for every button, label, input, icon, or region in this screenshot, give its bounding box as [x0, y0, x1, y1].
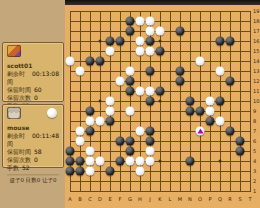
black-stone	[126, 137, 135, 146]
black-periods-value: 0	[34, 94, 38, 102]
white-stone	[76, 67, 85, 76]
white-periods-value: 0	[34, 156, 38, 164]
black-stone	[156, 47, 165, 56]
white-player-name: mouse	[7, 124, 63, 131]
black-time-label: 剩余时间	[7, 70, 29, 86]
white-stone-icon	[47, 108, 57, 118]
white-stone	[126, 107, 135, 116]
black-periods-label: 保留次数	[7, 94, 31, 102]
black-stone	[186, 107, 195, 116]
black-time-value: 00:13:08	[32, 70, 59, 86]
white-stone	[146, 27, 155, 36]
row-label: 10	[253, 98, 259, 104]
white-byoyomi-row: 保留时间 58	[7, 148, 59, 156]
white-stone	[66, 57, 75, 66]
row-label: 12	[253, 78, 259, 84]
white-stone	[136, 47, 145, 56]
col-label: J	[146, 196, 155, 202]
player-panel-white-header	[5, 107, 61, 123]
white-stone	[146, 147, 155, 156]
row-label: 17	[253, 28, 259, 34]
black-stone	[126, 147, 135, 156]
black-byoyomi-row: 保留时间 60	[7, 86, 59, 94]
black-player-name: scott01	[7, 62, 63, 69]
white-stone	[146, 157, 155, 166]
white-stone	[136, 157, 145, 166]
white-stone	[206, 107, 215, 116]
col-label: D	[96, 196, 105, 202]
white-stone	[86, 157, 95, 166]
white-stone	[156, 27, 165, 36]
black-stone	[116, 157, 125, 166]
white-stone	[136, 127, 145, 136]
black-stone	[116, 137, 125, 146]
black-stone	[226, 77, 235, 86]
col-label: R	[226, 196, 235, 202]
black-stone	[66, 167, 75, 176]
row-label: 19	[253, 8, 259, 14]
black-stone	[176, 77, 185, 86]
col-label: L	[166, 196, 175, 202]
black-stone	[106, 37, 115, 46]
row-label: 7	[253, 128, 256, 134]
black-stone	[156, 87, 165, 96]
white-stone	[86, 147, 95, 156]
white-stone	[106, 47, 115, 56]
black-stone	[106, 167, 115, 176]
player-panel-white: mouse 剩余时间 00:11:48 保留时间 58 保留次数 0 手数 52…	[2, 104, 64, 168]
white-stone	[106, 97, 115, 106]
white-stone	[126, 157, 135, 166]
black-stone	[76, 157, 85, 166]
white-stone	[136, 167, 145, 176]
white-time-row: 剩余时间 00:11:48	[7, 132, 59, 148]
col-label: S	[236, 196, 245, 202]
black-stone	[176, 27, 185, 36]
black-stone	[66, 147, 75, 156]
black-byoyomi-label: 保留时间	[7, 86, 31, 94]
white-captures-line: 提子0 目数0 让子0	[7, 174, 59, 183]
white-stone	[116, 77, 125, 86]
white-stone	[196, 127, 205, 136]
white-move-row: 手数 52	[7, 164, 59, 172]
last-move-triangle-marker	[197, 128, 203, 133]
star-point	[159, 40, 162, 43]
star-point	[159, 160, 162, 163]
window-top-edge	[65, 0, 260, 5]
white-stone	[146, 87, 155, 96]
black-stone	[126, 87, 135, 96]
black-stone	[86, 57, 95, 66]
black-stone	[186, 157, 195, 166]
star-point	[99, 100, 102, 103]
row-label: 6	[253, 138, 256, 144]
col-label: C	[86, 196, 95, 202]
row-label: 15	[253, 48, 259, 54]
row-label: 13	[253, 68, 259, 74]
row-label: 11	[253, 88, 259, 94]
black-stone	[176, 67, 185, 76]
black-stone	[116, 37, 125, 46]
black-periods-row: 保留次数 0	[7, 94, 59, 102]
row-label: 16	[253, 38, 259, 44]
black-stone	[216, 37, 225, 46]
row-label: 18	[253, 18, 259, 24]
white-periods-row: 保留次数 0	[7, 156, 59, 164]
white-stone	[206, 97, 215, 106]
white-time-label: 剩余时间	[7, 132, 29, 148]
black-stone	[126, 17, 135, 26]
black-stone	[206, 117, 215, 126]
black-stone	[236, 147, 245, 156]
row-label: 4	[253, 158, 256, 164]
black-stone	[126, 77, 135, 86]
col-label: A	[66, 196, 75, 202]
black-stone	[96, 57, 105, 66]
black-stone	[86, 107, 95, 116]
white-stone	[86, 167, 95, 176]
star-point	[99, 40, 102, 43]
col-label: P	[206, 196, 215, 202]
star-point	[219, 160, 222, 163]
go-client-window: scott01 剩余时间 00:13:08 保留时间 60 保留次数 0 手数 …	[0, 0, 260, 208]
white-stone	[196, 57, 205, 66]
black-stone	[66, 157, 75, 166]
col-label: O	[196, 196, 205, 202]
black-stone	[216, 97, 225, 106]
col-label: E	[106, 196, 115, 202]
white-stone	[96, 117, 105, 126]
sidebar-painting: scott01 剩余时间 00:13:08 保留时间 60 保留次数 0 手数 …	[0, 0, 66, 208]
white-stone	[146, 17, 155, 26]
white-periods-label: 保留次数	[7, 156, 31, 164]
black-stone	[126, 27, 135, 36]
col-label: H	[136, 196, 145, 202]
black-stone	[86, 127, 95, 136]
white-stone	[136, 87, 145, 96]
row-label: 9	[253, 108, 256, 114]
row-label: 14	[253, 58, 259, 64]
row-label: 2	[253, 178, 256, 184]
row-label: 8	[253, 118, 256, 124]
col-label: B	[76, 196, 85, 202]
black-stone	[76, 167, 85, 176]
black-time-row: 剩余时间 00:13:08	[7, 70, 59, 86]
black-stone	[186, 97, 195, 106]
white-time-value: 00:11:48	[32, 132, 59, 148]
col-label: T	[246, 196, 255, 202]
black-stone	[146, 137, 155, 146]
white-stone	[96, 157, 105, 166]
row-label: 1	[253, 188, 256, 194]
col-label: Q	[216, 196, 225, 202]
col-label: G	[126, 196, 135, 202]
black-stone	[106, 117, 115, 126]
row-label: 3	[253, 168, 256, 174]
white-stone	[126, 67, 135, 76]
player-panel-black-header	[5, 45, 61, 61]
white-byoyomi-value: 58	[34, 148, 42, 156]
black-stone	[146, 127, 155, 136]
col-label: M	[176, 196, 185, 202]
white-byoyomi-label: 保留时间	[7, 148, 31, 156]
col-label: K	[156, 196, 165, 202]
row-label: 5	[253, 148, 256, 154]
white-stone	[136, 17, 145, 26]
player-panel-black: scott01 剩余时间 00:13:08 保留时间 60 保留次数 0 手数 …	[2, 42, 64, 102]
goban[interactable]: ABCDEFGHJKLMNOPQRST191817161514131211109…	[65, 0, 260, 208]
white-stone	[76, 137, 85, 146]
black-byoyomi-value: 60	[34, 86, 42, 94]
star-point	[159, 100, 162, 103]
white-stone	[216, 117, 225, 126]
white-stone	[76, 127, 85, 136]
col-label: N	[186, 196, 195, 202]
black-stone	[146, 97, 155, 106]
white-stone	[136, 37, 145, 46]
white-stone	[216, 67, 225, 76]
black-stone	[236, 137, 245, 146]
black-stone	[146, 37, 155, 46]
white-move-label: 手数	[7, 164, 19, 172]
white-move-value: 52	[22, 164, 30, 172]
white-stone	[86, 117, 95, 126]
black-stone	[196, 107, 205, 116]
black-stone	[226, 127, 235, 136]
black-stone	[146, 67, 155, 76]
black-stone	[226, 37, 235, 46]
col-label: F	[116, 196, 125, 202]
black-player-avatar	[7, 45, 21, 57]
white-stone	[146, 47, 155, 56]
white-stone	[106, 107, 115, 116]
white-player-avatar	[7, 107, 21, 119]
